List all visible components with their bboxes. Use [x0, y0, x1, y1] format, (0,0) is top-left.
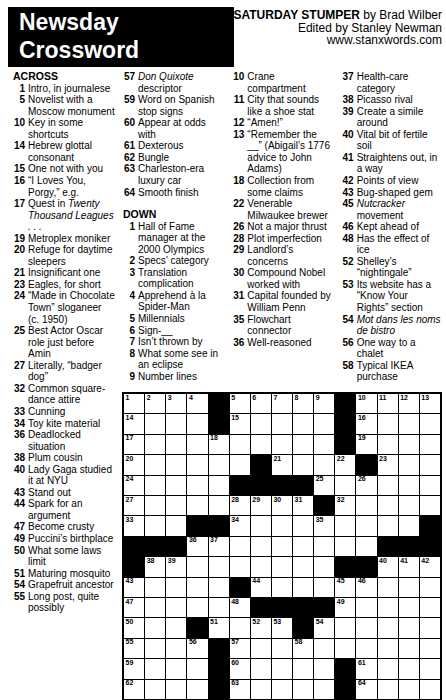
clue-number: 43 — [337, 187, 357, 199]
grid-cell-r15c13[interactable] — [378, 680, 398, 699]
grid-cell-r4c13[interactable]: 23 — [378, 455, 398, 474]
clue-text: Kept ahead of — [357, 221, 441, 233]
grid-cell-r1c13[interactable]: 11 — [378, 394, 398, 413]
clue-number: 52 — [337, 256, 357, 279]
grid-cell-r13c7[interactable] — [251, 639, 271, 658]
cell-number: 24 — [126, 475, 134, 484]
grid-cell-r12c1[interactable]: 50 — [124, 618, 144, 637]
clue-text: One not with you — [28, 163, 115, 175]
clue-column-4: 37Health-care category38Picasso rival39C… — [337, 71, 446, 392]
clue-text: Common square-dance attire — [28, 383, 115, 406]
clue-text: Plot imperfection — [247, 233, 331, 245]
clue-number: 26 — [227, 221, 247, 233]
grid-cell-r6c6[interactable]: 28 — [230, 496, 250, 515]
grid-cell-r12c11[interactable] — [335, 618, 355, 637]
clue-down-22: 22Venerable Milwaukee brewer — [227, 198, 331, 221]
grid-cell-r4c4[interactable] — [187, 455, 207, 474]
clue-down-29: 29Landlord’s concerns — [227, 244, 331, 267]
clue-down-45: 45Nutcracker movement — [337, 198, 441, 221]
grid-cell-r8c6[interactable] — [230, 537, 250, 556]
grid-cell-r7c12[interactable] — [356, 516, 376, 535]
grid-cell-r2c13[interactable] — [378, 414, 398, 433]
clue-number: 50 — [8, 545, 28, 568]
grid-cell-r14c8[interactable] — [272, 659, 292, 678]
grid-cell-r2c12[interactable]: 16 — [356, 414, 376, 433]
clue-number: 8 — [118, 348, 138, 371]
grid-cell-r12c15[interactable] — [420, 618, 440, 637]
clue-number: 43 — [8, 487, 28, 499]
clue-down-10: 10Crane compartment — [227, 71, 331, 94]
grid-cell-r4c8[interactable]: 21 — [272, 455, 292, 474]
black-square — [187, 618, 207, 637]
grid-cell-r12c10[interactable]: 54 — [314, 618, 334, 637]
grid-cell-r15c4[interactable] — [187, 680, 207, 699]
cell-number: 59 — [126, 659, 134, 668]
grid-cell-r1c14[interactable]: 12 — [399, 394, 419, 413]
clue-text: Picasso rival — [357, 94, 441, 106]
clue-across-47: 47Become crusty — [8, 521, 115, 533]
clue-text: Don Quixote descriptor — [138, 71, 222, 94]
grid-cell-r15c14[interactable] — [399, 680, 419, 699]
grid-cell-r14c2[interactable] — [145, 659, 165, 678]
clue-number: 45 — [337, 198, 357, 221]
clue-number: 19 — [8, 233, 28, 245]
cell-number: 58 — [295, 638, 303, 647]
grid-cell-r14c1[interactable]: 59 — [124, 659, 144, 678]
clue-text: Stand out — [28, 487, 115, 499]
grid-cell-r11c2[interactable] — [145, 598, 165, 617]
grid-cell-r3c2[interactable] — [145, 435, 165, 454]
clue-text: Quest in Twenty Thousand Leagues . . . — [28, 198, 115, 233]
clue-down-42: 42Points of view — [337, 175, 441, 187]
clue-number: 49 — [8, 533, 28, 545]
grid-cell-r2c8[interactable] — [272, 414, 292, 433]
clue-text: Become crusty — [28, 521, 115, 533]
grid-cell-r1c15[interactable]: 13 — [420, 394, 440, 413]
grid-cell-r3c4[interactable] — [187, 435, 207, 454]
grid-cell-r13c4[interactable]: 56 — [187, 639, 207, 658]
grid-cell-r2c10[interactable] — [314, 414, 334, 433]
clue-across-44: 44Spark for an argument — [8, 498, 115, 521]
grid-cell-r3c3[interactable] — [166, 435, 186, 454]
grid-cell-r14c12[interactable]: 61 — [356, 659, 376, 678]
clue-text: Metroplex moniker — [28, 233, 115, 245]
grid-cell-r13c12[interactable] — [356, 639, 376, 658]
grid-cell-r9c14[interactable]: 41 — [399, 557, 419, 576]
clue-number: 44 — [8, 498, 28, 521]
grid-cell-r9c7[interactable] — [251, 557, 271, 576]
clue-text: Capital founded by William Penn — [247, 290, 331, 313]
grid-cell-r5c1[interactable]: 24 — [124, 476, 144, 495]
clue-text: Not a major thrust — [247, 221, 331, 233]
cell-number: 23 — [379, 455, 387, 464]
grid-cell-r3c10[interactable] — [314, 435, 334, 454]
grid-cell-r15c1[interactable]: 62 — [124, 680, 144, 699]
clue-text: Refuge for daytime sleepers — [28, 244, 115, 267]
cell-number: 19 — [358, 434, 366, 443]
cell-number: 45 — [337, 577, 345, 586]
grid-cell-r3c9[interactable] — [293, 435, 313, 454]
grid-cell-r6c13[interactable] — [378, 496, 398, 515]
clue-number: 57 — [118, 71, 138, 94]
grid-cell-r10c7[interactable]: 44 — [251, 578, 271, 597]
grid-cell-r3c1[interactable]: 17 — [124, 435, 144, 454]
page-header: Newsday Crossword SATURDAY STUMPER by Br… — [0, 0, 446, 67]
grid-cell-r11c4[interactable] — [187, 598, 207, 617]
clue-across-24: 24“Made in Chocolate Town” sloganeer (c.… — [8, 290, 115, 325]
grid-cell-r15c3[interactable] — [166, 680, 186, 699]
grid-cell-r13c6[interactable]: 57 — [230, 639, 250, 658]
grid-cell-r10c8[interactable] — [272, 578, 292, 597]
grid-cell-r9c6[interactable] — [230, 557, 250, 576]
grid-cell-r14c9[interactable] — [293, 659, 313, 678]
clue-across-14: 14Hebrew glottal consonant — [8, 140, 115, 163]
black-square — [335, 557, 355, 576]
cell-number: 5 — [231, 394, 235, 403]
clue-text: Hall of Fame manager at the 2000 Olympic… — [138, 221, 222, 256]
clue-number: 40 — [337, 129, 357, 152]
grid-cell-r10c2[interactable] — [145, 578, 165, 597]
grid-cell-r2c9[interactable] — [293, 414, 313, 433]
grid-cell-r9c13[interactable]: 40 — [378, 557, 398, 576]
grid-cell-r14c4[interactable] — [187, 659, 207, 678]
grid-cell-r3c7[interactable] — [251, 435, 271, 454]
grid-cell-r13c10[interactable] — [314, 639, 334, 658]
grid-cell-r9c8[interactable] — [272, 557, 292, 576]
grid-cell-r6c9[interactable]: 31 — [293, 496, 313, 515]
grid-cell-r14c14[interactable] — [399, 659, 419, 678]
clue-number: 58 — [337, 360, 357, 383]
grid-cell-r5c15[interactable] — [420, 476, 440, 495]
grid-cell-r2c14[interactable] — [399, 414, 419, 433]
grid-cell-r5c3[interactable] — [166, 476, 186, 495]
clue-down-4: 4Apprehend à la Spider-Man — [118, 290, 222, 313]
grid-cell-r13c1[interactable]: 55 — [124, 639, 144, 658]
grid-cell-r9c10[interactable] — [314, 557, 334, 576]
grid-cell-r7c10[interactable]: 35 — [314, 516, 334, 535]
grid-cell-r11c11[interactable]: 49 — [335, 598, 355, 617]
grid-cell-r8c10[interactable] — [314, 537, 334, 556]
clue-text: Translation complication — [138, 267, 222, 290]
grid-cell-r2c7[interactable] — [251, 414, 271, 433]
grid-cell-r11c15[interactable] — [420, 598, 440, 617]
grid-cell-r7c8[interactable] — [272, 516, 292, 535]
grid-cell-r3c13[interactable] — [378, 435, 398, 454]
clue-across-57: 57Don Quixote descriptor — [118, 71, 222, 94]
black-square — [314, 598, 334, 617]
grid-cell-r7c6[interactable]: 34 — [230, 516, 250, 535]
grid-cell-r4c10[interactable] — [314, 455, 334, 474]
grid-cell-r3c8[interactable] — [272, 435, 292, 454]
clue-across-49: 49Puccini’s birthplace — [8, 533, 115, 545]
grid-cell-r14c10[interactable] — [314, 659, 334, 678]
grid-cell-r13c2[interactable] — [145, 639, 165, 658]
grid-cell-r6c11[interactable]: 32 — [335, 496, 355, 515]
grid-cell-r7c14[interactable] — [399, 516, 419, 535]
grid-cell-r4c6[interactable] — [230, 455, 250, 474]
grid-cell-r10c1[interactable]: 43 — [124, 578, 144, 597]
grid-cell-r9c3[interactable]: 39 — [166, 557, 186, 576]
grid-cell-r4c5[interactable] — [209, 455, 229, 474]
grid-cell-r12c13[interactable] — [378, 618, 398, 637]
grid-cell-r12c14[interactable] — [399, 618, 419, 637]
cell-number: 16 — [358, 414, 366, 423]
cell-number: 46 — [358, 577, 366, 586]
cell-number: 3 — [168, 394, 172, 403]
cell-number: 37 — [210, 536, 218, 545]
cell-number: 6 — [252, 394, 256, 403]
clue-number: 41 — [337, 152, 357, 175]
grid-cell-r1c1[interactable]: 1 — [124, 394, 144, 413]
grid-cell-r3c15[interactable] — [420, 435, 440, 454]
clue-number: 27 — [8, 360, 28, 383]
grid-cell-r12c5[interactable]: 51 — [209, 618, 229, 637]
clue-down-54: 54Mot dans les noms de bistro — [337, 314, 441, 337]
grid-cell-r12c3[interactable] — [166, 618, 186, 637]
grid-cell-r13c3[interactable] — [166, 639, 186, 658]
cell-number: 20 — [126, 455, 134, 464]
grid-cell-r11c14[interactable] — [399, 598, 419, 617]
grid-cell-r5c2[interactable] — [145, 476, 165, 495]
clue-text: Deadlocked situation — [28, 429, 115, 452]
grid-cell-r6c7[interactable]: 29 — [251, 496, 271, 515]
grid-cell-r3c14[interactable] — [399, 435, 419, 454]
grid-cell-r9c15[interactable]: 42 — [420, 557, 440, 576]
grid-cell-r7c13[interactable] — [378, 516, 398, 535]
grid-cell-r12c7[interactable]: 52 — [251, 618, 271, 637]
grid-cell-r13c8[interactable] — [272, 639, 292, 658]
grid-cell-r6c3[interactable] — [166, 496, 186, 515]
grid-cell-r10c5[interactable] — [209, 578, 229, 597]
grid-cell-r4c14[interactable] — [399, 455, 419, 474]
grid-cell-r13c15[interactable] — [420, 639, 440, 658]
grid-cell-r14c7[interactable] — [251, 659, 271, 678]
grid-cell-r11c3[interactable] — [166, 598, 186, 617]
grid-cell-r15c12[interactable]: 64 — [356, 680, 376, 699]
clue-text: Dexterous — [138, 140, 222, 152]
grid-cell-r5c11[interactable] — [335, 476, 355, 495]
clue-text: Specs’ category — [138, 255, 222, 267]
clue-text: Straightens out, in a way — [357, 152, 441, 175]
clue-down-46: 46Kept ahead of — [337, 221, 441, 233]
clue-number: 47 — [8, 521, 28, 533]
grid-cell-r5c10[interactable]: 25 — [314, 476, 334, 495]
grid-cell-r3c6[interactable] — [230, 435, 250, 454]
grid-cell-r11c5[interactable] — [209, 598, 229, 617]
byline-block: SATURDAY STUMPER by Brad Wilber Edited b… — [234, 7, 443, 47]
black-square — [293, 598, 313, 617]
grid-cell-r13c13[interactable] — [378, 639, 398, 658]
grid-cell-r9c5[interactable] — [209, 557, 229, 576]
grid-cell-r5c4[interactable] — [187, 476, 207, 495]
grid-cell-r6c15[interactable] — [420, 496, 440, 515]
grid-cell-r7c2[interactable] — [145, 516, 165, 535]
clue-text: “Remember the __” (Abigail’s 1776 advice… — [247, 129, 331, 175]
clue-text: Intro, in journalese — [28, 83, 115, 95]
cell-number: 56 — [189, 638, 197, 647]
grid-cell-r6c4[interactable] — [187, 496, 207, 515]
clue-number: 63 — [118, 163, 138, 186]
grid-cell-r7c7[interactable] — [251, 516, 271, 535]
grid-cell-r10c13[interactable] — [378, 578, 398, 597]
clue-text: Millennials — [138, 313, 222, 325]
grid-cell-r13c9[interactable]: 58 — [293, 639, 313, 658]
clue-number: 55 — [8, 591, 28, 614]
grid-cell-r3c12[interactable]: 19 — [356, 435, 376, 454]
clue-text: Flowchart connector — [247, 314, 331, 337]
grid-cell-r10c14[interactable] — [399, 578, 419, 597]
clue-down-30: 30Compound Nobel worked with — [227, 267, 331, 290]
grid-cell-r15c8[interactable] — [272, 680, 292, 699]
grid-cell-r6c2[interactable] — [145, 496, 165, 515]
clue-down-3: 3Translation complication — [118, 267, 222, 290]
black-square — [251, 455, 271, 474]
clue-across-25: 25Best Actor Oscar role just before Amin — [8, 325, 115, 360]
grid-cell-r8c4[interactable]: 36 — [187, 537, 207, 556]
grid-cell-r10c10[interactable] — [314, 578, 334, 597]
grid-cell-r8c9[interactable] — [293, 537, 313, 556]
clue-text: Literally, “badger dog” — [28, 360, 115, 383]
grid-cell-r14c6[interactable]: 60 — [230, 659, 250, 678]
grid-cell-r1c4[interactable]: 4 — [187, 394, 207, 413]
grid-cell-r13c11[interactable] — [335, 639, 355, 658]
cell-number: 61 — [358, 659, 366, 668]
grid-cell-r4c2[interactable] — [145, 455, 165, 474]
grid-cell-r14c3[interactable] — [166, 659, 186, 678]
grid-cell-r1c6[interactable]: 5 — [230, 394, 250, 413]
grid-cell-r1c8[interactable]: 7 — [272, 394, 292, 413]
clue-down-11: 11City that sounds like a shoe stat — [227, 94, 331, 117]
clue-text: Number lines — [138, 371, 222, 383]
grid-cell-r9c2[interactable]: 38 — [145, 557, 165, 576]
clue-number: 38 — [8, 452, 28, 464]
clue-down-5: 5Millennials — [118, 313, 222, 325]
grid-cell-r10c3[interactable] — [166, 578, 186, 597]
grid-cell-r8c5[interactable]: 37 — [209, 537, 229, 556]
grid-cell-r11c13[interactable] — [378, 598, 398, 617]
grid-cell-r15c7[interactable] — [251, 680, 271, 699]
clue-text: Crane compartment — [247, 71, 331, 94]
grid-cell-r2c6[interactable]: 15 — [230, 414, 250, 433]
grid-cell-r12c12[interactable] — [356, 618, 376, 637]
clue-down-8: 8What some see in an eclipse — [118, 348, 222, 371]
grid-cell-r6c14[interactable] — [399, 496, 419, 515]
grid-cell-r2c15[interactable] — [420, 414, 440, 433]
grid-cell-r14c15[interactable] — [420, 659, 440, 678]
grid-cell-r7c9[interactable] — [293, 516, 313, 535]
grid-cell-r8c11[interactable] — [335, 537, 355, 556]
grid-cell-r1c12[interactable]: 10 — [356, 394, 376, 413]
grid-cell-r8c12[interactable] — [356, 537, 376, 556]
grid-cell-r10c15[interactable] — [420, 578, 440, 597]
grid-cell-r12c2[interactable] — [145, 618, 165, 637]
grid-cell-r10c4[interactable] — [187, 578, 207, 597]
grid-cell-r3c5[interactable]: 18 — [209, 435, 229, 454]
grid-cell-r4c1[interactable]: 20 — [124, 455, 144, 474]
grid-cell-r7c11[interactable] — [335, 516, 355, 535]
clue-across-40: 40Lady Gaga studied it at NYU — [8, 464, 115, 487]
grid-cell-r6c1[interactable]: 27 — [124, 496, 144, 515]
grid-cell-r15c6[interactable]: 63 — [230, 680, 250, 699]
grid-cell-r2c4[interactable] — [187, 414, 207, 433]
grid-cell-r10c9[interactable] — [293, 578, 313, 597]
clue-number: 2 — [118, 255, 138, 267]
cell-number: 13 — [421, 394, 429, 403]
cell-number: 31 — [295, 496, 303, 505]
grid-cell-r5c13[interactable] — [378, 476, 398, 495]
clue-text: Cunning — [28, 406, 115, 418]
grid-cell-r8c7[interactable] — [251, 537, 271, 556]
clue-columns: 57Don Quixote descriptor59Word on Spanis… — [118, 71, 446, 392]
grid-cell-r1c10[interactable]: 9 — [314, 394, 334, 413]
clue-number: 24 — [8, 290, 28, 325]
grid-cell-r12c6[interactable] — [230, 618, 250, 637]
grid-cell-r15c9[interactable] — [293, 680, 313, 699]
grid-cell-r5c14[interactable] — [399, 476, 419, 495]
clue-number: 34 — [8, 418, 28, 430]
clue-number: 29 — [227, 244, 247, 267]
grid-cell-r15c15[interactable] — [420, 680, 440, 699]
grid-cell-r14c13[interactable] — [378, 659, 398, 678]
grid-cell-r2c3[interactable] — [166, 414, 186, 433]
grid-cell-r6c12[interactable] — [356, 496, 376, 515]
grid-cell-r12c8[interactable]: 53 — [272, 618, 292, 637]
grid-cell-r10c12[interactable]: 46 — [356, 578, 376, 597]
grid-cell-r10c11[interactable]: 45 — [335, 578, 355, 597]
grid-cell-r11c1[interactable]: 47 — [124, 598, 144, 617]
cell-number: 64 — [358, 679, 366, 688]
clue-number: 13 — [227, 129, 247, 175]
cell-number: 7 — [273, 394, 277, 403]
clue-number: 46 — [337, 221, 357, 233]
grid-cell-r15c2[interactable] — [145, 680, 165, 699]
crossword-grid: 1234567891011121314151617181920212223242… — [122, 392, 442, 700]
grid-cell-r9c4[interactable] — [187, 557, 207, 576]
grid-cell-r1c9[interactable]: 8 — [293, 394, 313, 413]
grid-cell-r7c1[interactable]: 33 — [124, 516, 144, 535]
grid-cell-r4c11[interactable]: 22 — [335, 455, 355, 474]
grid-cell-r8c8[interactable] — [272, 537, 292, 556]
cell-number: 22 — [337, 455, 345, 464]
grid-cell-r11c12[interactable] — [356, 598, 376, 617]
grid-cell-r9c9[interactable] — [293, 557, 313, 576]
grid-cell-r6c8[interactable]: 30 — [272, 496, 292, 515]
grid-cell-r1c2[interactable]: 2 — [145, 394, 165, 413]
clue-down-18: 18Collection from some claims — [227, 175, 331, 198]
grid-cell-r5c12[interactable]: 26 — [356, 476, 376, 495]
grid-cell-r7c3[interactable] — [166, 516, 186, 535]
grid-cell-r1c7[interactable]: 6 — [251, 394, 271, 413]
grid-cell-r13c14[interactable] — [399, 639, 419, 658]
cell-number: 35 — [316, 516, 324, 525]
grid-cell-r5c5[interactable] — [209, 476, 229, 495]
cell-number: 21 — [273, 455, 281, 464]
grid-cell-r4c9[interactable] — [293, 455, 313, 474]
grid-cell-r11c6[interactable]: 48 — [230, 598, 250, 617]
grid-cell-r2c2[interactable] — [145, 414, 165, 433]
grid-cell-r15c10[interactable] — [314, 680, 334, 699]
clue-across-38: 38Plum cousin — [8, 452, 115, 464]
clue-text: Long post, quite possibly — [28, 591, 115, 614]
grid-cell-r4c3[interactable] — [166, 455, 186, 474]
black-square — [293, 618, 313, 637]
grid-cell-r4c15[interactable] — [420, 455, 440, 474]
grid-cell-r2c1[interactable]: 14 — [124, 414, 144, 433]
masthead: Newsday Crossword — [8, 7, 234, 67]
black-square — [335, 680, 355, 699]
grid-cell-r1c3[interactable]: 3 — [166, 394, 186, 413]
grid-cell-r6c5[interactable] — [209, 496, 229, 515]
